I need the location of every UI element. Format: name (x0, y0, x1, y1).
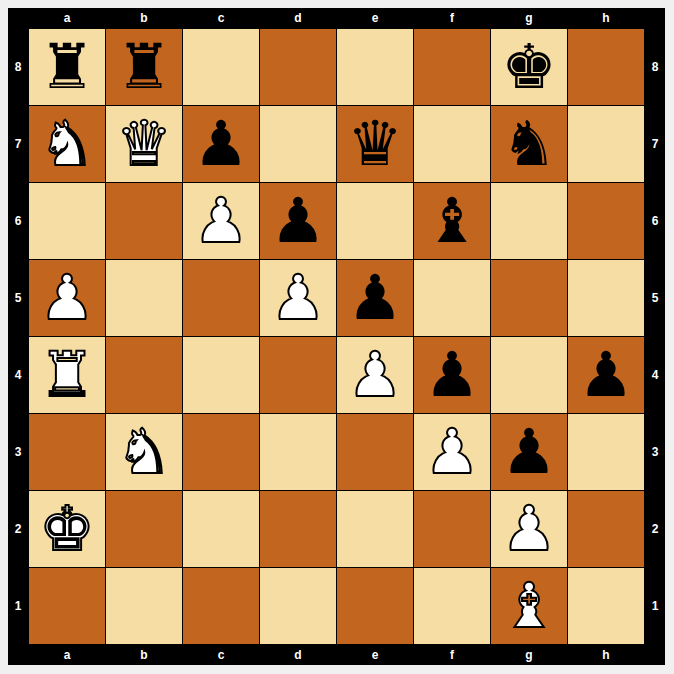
square-a3[interactable] (29, 414, 105, 490)
square-f5[interactable] (414, 260, 490, 336)
square-a4[interactable]: ♜ (29, 337, 105, 413)
square-c4[interactable] (183, 337, 259, 413)
file-label-h: h (568, 9, 644, 27)
white-pawn[interactable]: ♟ (270, 260, 326, 336)
square-f8[interactable] (414, 29, 490, 105)
file-label-a: a (29, 646, 105, 664)
white-rook[interactable]: ♜ (39, 337, 95, 413)
black-pawn[interactable]: ♟ (578, 337, 634, 413)
black-rook[interactable]: ♜ (39, 29, 95, 105)
white-king[interactable]: ♚ (39, 491, 95, 567)
square-a5[interactable]: ♟ (29, 260, 105, 336)
rank-label-8: 8 (646, 29, 664, 105)
square-c7[interactable]: ♟ (183, 106, 259, 182)
file-label-d: d (260, 9, 336, 27)
rank-label-4: 4 (9, 337, 27, 413)
square-d4[interactable] (260, 337, 336, 413)
square-e7[interactable]: ♛ (337, 106, 413, 182)
square-h3[interactable] (568, 414, 644, 490)
square-d7[interactable] (260, 106, 336, 182)
rank-label-2: 2 (646, 491, 664, 567)
rank-label-4: 4 (646, 337, 664, 413)
square-a7[interactable]: ♞ (29, 106, 105, 182)
white-pawn[interactable]: ♟ (501, 491, 557, 567)
square-f3[interactable]: ♟ (414, 414, 490, 490)
square-h1[interactable] (568, 568, 644, 644)
square-b4[interactable] (106, 337, 182, 413)
square-d5[interactable]: ♟ (260, 260, 336, 336)
square-e3[interactable] (337, 414, 413, 490)
square-e8[interactable] (337, 29, 413, 105)
rank-labels-left: 87654321 (8, 28, 28, 645)
square-b5[interactable] (106, 260, 182, 336)
rank-label-3: 3 (9, 414, 27, 490)
file-label-f: f (414, 646, 490, 664)
square-g7[interactable]: ♞ (491, 106, 567, 182)
square-d1[interactable] (260, 568, 336, 644)
square-d6[interactable]: ♟ (260, 183, 336, 259)
white-queen[interactable]: ♛ (116, 106, 172, 182)
square-h4[interactable]: ♟ (568, 337, 644, 413)
square-h5[interactable] (568, 260, 644, 336)
white-knight[interactable]: ♞ (39, 106, 95, 182)
rank-label-5: 5 (9, 260, 27, 336)
black-king[interactable]: ♚ (501, 29, 557, 105)
rank-label-8: 8 (9, 29, 27, 105)
white-pawn[interactable]: ♟ (193, 183, 249, 259)
square-a8[interactable]: ♜ (29, 29, 105, 105)
file-label-c: c (183, 646, 259, 664)
square-c6[interactable]: ♟ (183, 183, 259, 259)
square-g3[interactable]: ♟ (491, 414, 567, 490)
square-e1[interactable] (337, 568, 413, 644)
black-bishop[interactable]: ♝ (424, 183, 480, 259)
square-e5[interactable]: ♟ (337, 260, 413, 336)
black-pawn[interactable]: ♟ (424, 337, 480, 413)
file-label-e: e (337, 646, 413, 664)
file-label-b: b (106, 9, 182, 27)
black-knight[interactable]: ♞ (501, 106, 557, 182)
square-b6[interactable] (106, 183, 182, 259)
black-queen[interactable]: ♛ (347, 106, 403, 182)
square-c1[interactable] (183, 568, 259, 644)
square-c8[interactable] (183, 29, 259, 105)
rank-label-6: 6 (9, 183, 27, 259)
square-f4[interactable]: ♟ (414, 337, 490, 413)
chessboard-app: abcdefgh abcdefgh 87654321 87654321 ♜♜♚♞… (0, 0, 674, 674)
white-bishop[interactable]: ♝ (501, 568, 557, 644)
square-h7[interactable] (568, 106, 644, 182)
file-label-d: d (260, 646, 336, 664)
chess-board: ♜♜♚♞♛♟♛♞♟♟♝♟♟♟♜♟♟♟♞♟♟♚♟♝ (28, 28, 645, 645)
square-g1[interactable]: ♝ (491, 568, 567, 644)
black-rook[interactable]: ♜ (116, 29, 172, 105)
square-h2[interactable] (568, 491, 644, 567)
square-g6[interactable] (491, 183, 567, 259)
square-a1[interactable] (29, 568, 105, 644)
file-labels-top: abcdefgh (28, 8, 645, 28)
square-f1[interactable] (414, 568, 490, 644)
square-f2[interactable] (414, 491, 490, 567)
square-b8[interactable]: ♜ (106, 29, 182, 105)
file-label-a: a (29, 9, 105, 27)
square-e4[interactable]: ♟ (337, 337, 413, 413)
white-knight[interactable]: ♞ (116, 414, 172, 490)
square-g4[interactable] (491, 337, 567, 413)
square-b3[interactable]: ♞ (106, 414, 182, 490)
square-h8[interactable] (568, 29, 644, 105)
square-d2[interactable] (260, 491, 336, 567)
square-d3[interactable] (260, 414, 336, 490)
square-d8[interactable] (260, 29, 336, 105)
white-pawn[interactable]: ♟ (424, 414, 480, 490)
white-pawn[interactable]: ♟ (347, 337, 403, 413)
square-c3[interactable] (183, 414, 259, 490)
file-label-g: g (491, 9, 567, 27)
black-pawn[interactable]: ♟ (347, 260, 403, 336)
rank-labels-right: 87654321 (645, 28, 665, 645)
rank-label-6: 6 (646, 183, 664, 259)
file-label-f: f (414, 9, 490, 27)
file-label-h: h (568, 646, 644, 664)
square-f7[interactable] (414, 106, 490, 182)
black-pawn[interactable]: ♟ (193, 106, 249, 182)
rank-label-5: 5 (646, 260, 664, 336)
square-e2[interactable] (337, 491, 413, 567)
square-f6[interactable]: ♝ (414, 183, 490, 259)
rank-label-7: 7 (646, 106, 664, 182)
square-b7[interactable]: ♛ (106, 106, 182, 182)
square-g5[interactable] (491, 260, 567, 336)
square-a6[interactable] (29, 183, 105, 259)
rank-label-1: 1 (9, 568, 27, 644)
square-e6[interactable] (337, 183, 413, 259)
square-b2[interactable] (106, 491, 182, 567)
file-label-g: g (491, 646, 567, 664)
file-label-b: b (106, 646, 182, 664)
file-label-e: e (337, 9, 413, 27)
square-h6[interactable] (568, 183, 644, 259)
black-pawn[interactable]: ♟ (501, 414, 557, 490)
black-pawn[interactable]: ♟ (270, 183, 326, 259)
square-g8[interactable]: ♚ (491, 29, 567, 105)
rank-label-7: 7 (9, 106, 27, 182)
white-pawn[interactable]: ♟ (39, 260, 95, 336)
square-c2[interactable] (183, 491, 259, 567)
square-a2[interactable]: ♚ (29, 491, 105, 567)
file-label-c: c (183, 9, 259, 27)
square-b1[interactable] (106, 568, 182, 644)
rank-label-1: 1 (646, 568, 664, 644)
square-c5[interactable] (183, 260, 259, 336)
rank-label-2: 2 (9, 491, 27, 567)
rank-label-3: 3 (646, 414, 664, 490)
file-labels-bottom: abcdefgh (28, 645, 645, 665)
square-g2[interactable]: ♟ (491, 491, 567, 567)
